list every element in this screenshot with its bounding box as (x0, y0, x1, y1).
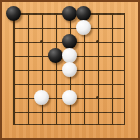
black-stone-D6[interactable] (48, 48, 63, 63)
white-stone-E3[interactable] (62, 90, 77, 105)
black-stone-E9[interactable] (62, 6, 77, 21)
white-stone-E5[interactable] (62, 62, 77, 77)
black-stone-E7[interactable] (62, 34, 77, 49)
white-stone-C3[interactable] (34, 90, 49, 105)
star-point (96, 96, 99, 99)
white-stone-E6[interactable] (62, 48, 77, 63)
black-stone-F9[interactable] (76, 6, 91, 21)
intersection-grid[interactable] (6, 6, 132, 132)
star-point (40, 40, 43, 43)
go-board-screenshot (0, 0, 140, 140)
black-stone-A9[interactable] (6, 6, 21, 21)
star-point (96, 40, 99, 43)
white-stone-F8[interactable] (76, 20, 91, 35)
goban[interactable] (0, 0, 140, 140)
